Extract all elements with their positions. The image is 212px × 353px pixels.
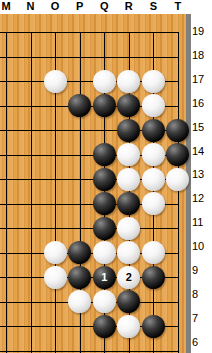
grid-hline-6 (0, 351, 179, 352)
row-label-7: 7 (192, 312, 212, 325)
grid-hline-11 (0, 228, 179, 229)
column-label-R: R (121, 0, 137, 13)
column-label-S: S (145, 0, 161, 13)
stone-S13-white[interactable] (142, 168, 165, 191)
stone-S14-white[interactable] (142, 143, 165, 166)
row-label-19: 19 (192, 25, 212, 38)
column-label-M: M (0, 0, 14, 13)
row-label-10: 10 (192, 240, 212, 253)
row-label-12: 12 (192, 192, 212, 205)
row-label-15: 15 (192, 121, 212, 134)
stone-R13-white[interactable] (117, 168, 140, 191)
stone-R17-white[interactable] (117, 70, 140, 93)
stone-O9-white[interactable] (44, 266, 67, 289)
row-label-17: 17 (192, 73, 212, 86)
stone-Q7-black[interactable] (93, 315, 116, 338)
column-label-Q: Q (96, 0, 112, 13)
stone-S9-black[interactable] (142, 266, 165, 289)
stone-R15-black[interactable] (117, 119, 140, 142)
grid-hline-19 (0, 32, 179, 33)
stone-Q14-black[interactable] (93, 143, 116, 166)
stone-T15-black[interactable] (166, 119, 189, 142)
stone-S7-black[interactable] (142, 315, 165, 338)
row-label-14: 14 (192, 145, 212, 158)
stone-Q10-white[interactable] (93, 241, 116, 264)
stone-O17-white[interactable] (44, 70, 67, 93)
row-label-18: 18 (192, 49, 212, 62)
column-label-N: N (23, 0, 39, 13)
grid-hline-18 (0, 57, 179, 58)
column-label-T: T (170, 0, 186, 13)
stone-Q11-black[interactable] (93, 217, 116, 240)
stone-S16-white[interactable] (142, 94, 165, 117)
stone-S17-white[interactable] (142, 70, 165, 93)
stone-P9-black[interactable] (68, 266, 91, 289)
move-number-label: 1 (101, 272, 107, 283)
stone-Q16-black[interactable] (93, 94, 116, 117)
go-board-app: MNOPQRST 191817161514131211109876 12 (0, 0, 212, 353)
row-label-16: 16 (192, 97, 212, 110)
stone-S15-black[interactable] (142, 119, 165, 142)
stone-Q13-black[interactable] (93, 168, 116, 191)
row-label-13: 13 (192, 168, 212, 181)
column-label-O: O (47, 0, 63, 13)
stone-O10-white[interactable] (44, 241, 67, 264)
row-label-11: 11 (192, 216, 212, 229)
stone-Q12-black[interactable] (93, 192, 116, 215)
row-label-6: 6 (192, 336, 212, 349)
row-label-9: 9 (192, 264, 212, 277)
move-number-label: 2 (126, 272, 132, 283)
stone-Q9-black[interactable]: 1 (93, 266, 116, 289)
row-label-8: 8 (192, 288, 212, 301)
column-label-P: P (72, 0, 88, 13)
stone-R11-white[interactable] (117, 217, 140, 240)
stone-Q17-white[interactable] (93, 70, 116, 93)
